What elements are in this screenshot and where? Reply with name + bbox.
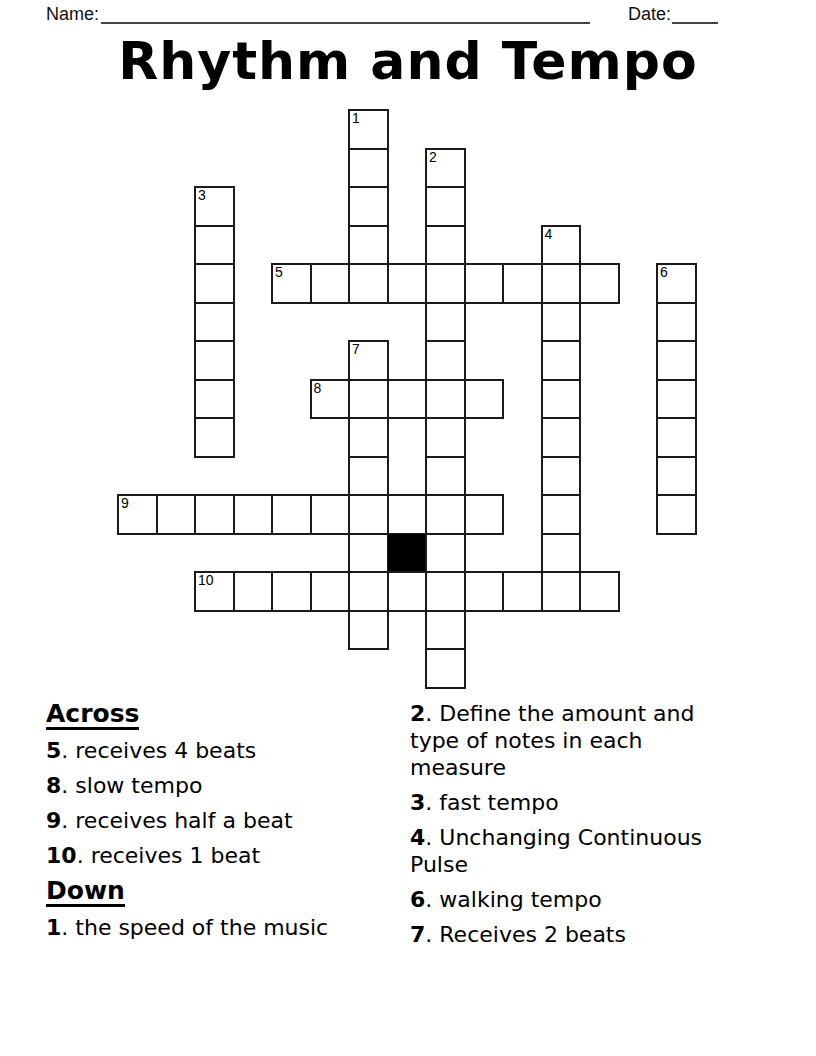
grid-cell[interactable] bbox=[426, 649, 465, 688]
grid-cell[interactable]: 7 bbox=[349, 341, 388, 380]
puzzle-title: Rhythm and Tempo bbox=[0, 28, 816, 94]
cell-number-label: 6 bbox=[660, 264, 668, 280]
grid-cell[interactable]: 3 bbox=[195, 187, 234, 226]
grid-cell[interactable] bbox=[657, 457, 696, 496]
clue-text: Receives 2 beats bbox=[439, 922, 626, 947]
grid-cell[interactable] bbox=[426, 611, 465, 650]
grid-cell[interactable] bbox=[465, 264, 504, 303]
down-clue-list-right: 2. Define the amount and type of notes i… bbox=[410, 700, 740, 948]
grid-cell[interactable] bbox=[426, 457, 465, 496]
clue-number: 6 bbox=[410, 887, 425, 912]
grid-cell[interactable] bbox=[542, 572, 581, 611]
clues-column-left: Across 5. receives 4 beats8. slow tempo9… bbox=[46, 700, 398, 949]
down-clue-list-left: 1. the speed of the music bbox=[46, 914, 398, 941]
grid-cell[interactable] bbox=[426, 226, 465, 265]
grid-cell[interactable] bbox=[349, 495, 388, 534]
clue-number: 2 bbox=[410, 701, 425, 726]
grid-cell[interactable] bbox=[349, 457, 388, 496]
cell-number-label: 3 bbox=[198, 187, 206, 203]
clue-text: slow tempo bbox=[75, 773, 202, 798]
grid-cell[interactable] bbox=[426, 534, 465, 573]
grid-cell[interactable] bbox=[657, 418, 696, 457]
cell-number-label: 7 bbox=[352, 341, 360, 357]
grid-cell[interactable]: 2 bbox=[426, 149, 465, 188]
grid-cell[interactable] bbox=[349, 572, 388, 611]
grid-cell[interactable] bbox=[195, 341, 234, 380]
grid-cell[interactable] bbox=[542, 264, 581, 303]
cell-number-label: 9 bbox=[121, 495, 129, 511]
clue-text: walking tempo bbox=[439, 887, 601, 912]
grid-cell[interactable] bbox=[426, 572, 465, 611]
clue-text: receives 4 beats bbox=[75, 738, 256, 763]
grid-cell[interactable] bbox=[311, 264, 350, 303]
grid-cell[interactable] bbox=[580, 572, 619, 611]
across-clue-10: 10. receives 1 beat bbox=[46, 842, 398, 869]
crossword-grid: 12345678910 bbox=[118, 110, 696, 688]
grid-cell[interactable]: 6 bbox=[657, 264, 696, 303]
grid-cell[interactable] bbox=[272, 495, 311, 534]
grid-cell[interactable] bbox=[349, 611, 388, 650]
grid-cell[interactable]: 4 bbox=[542, 226, 581, 265]
black-cell bbox=[388, 534, 427, 573]
grid-cell[interactable]: 9 bbox=[118, 495, 157, 534]
down-clue-1: 1. the speed of the music bbox=[46, 914, 398, 941]
clue-text: Define the amount and type of notes in e… bbox=[410, 701, 694, 780]
name-blank-line[interactable] bbox=[101, 2, 590, 24]
grid-cell[interactable] bbox=[311, 572, 350, 611]
across-clue-list: 5. receives 4 beats8. slow tempo9. recei… bbox=[46, 737, 398, 869]
clue-number: 3 bbox=[410, 790, 425, 815]
name-label: Name: bbox=[46, 3, 99, 25]
grid-cell[interactable] bbox=[388, 572, 427, 611]
down-clue-7: 7. Receives 2 beats bbox=[410, 921, 740, 948]
grid-cell[interactable] bbox=[580, 264, 619, 303]
down-heading: Down bbox=[46, 877, 398, 907]
grid-cell[interactable] bbox=[195, 303, 234, 342]
across-heading: Across bbox=[46, 700, 398, 730]
grid-cell[interactable] bbox=[426, 495, 465, 534]
grid-cell[interactable] bbox=[657, 380, 696, 419]
grid-cell[interactable] bbox=[272, 572, 311, 611]
cell-number-label: 2 bbox=[429, 149, 437, 165]
grid-cell[interactable] bbox=[426, 264, 465, 303]
grid-cell[interactable]: 8 bbox=[311, 380, 350, 419]
grid-cell[interactable] bbox=[195, 495, 234, 534]
grid-cell[interactable] bbox=[657, 303, 696, 342]
grid-cell[interactable] bbox=[503, 572, 542, 611]
clue-text: receives half a beat bbox=[75, 808, 292, 833]
clue-number: 7 bbox=[410, 922, 425, 947]
down-clue-3: 3. fast tempo bbox=[410, 789, 740, 816]
down-clue-2: 2. Define the amount and type of notes i… bbox=[410, 700, 740, 781]
grid-cell[interactable] bbox=[311, 495, 350, 534]
grid-cell[interactable] bbox=[195, 226, 234, 265]
clue-number: 5 bbox=[46, 738, 61, 763]
clue-number: 4 bbox=[410, 825, 425, 850]
grid-cell[interactable] bbox=[542, 303, 581, 342]
date-label: Date: bbox=[628, 3, 671, 25]
grid-cell[interactable] bbox=[349, 187, 388, 226]
grid-cell[interactable] bbox=[426, 341, 465, 380]
grid-cell[interactable] bbox=[388, 380, 427, 419]
grid-cell[interactable] bbox=[426, 380, 465, 419]
grid-cell[interactable] bbox=[349, 226, 388, 265]
cell-number-label: 10 bbox=[198, 572, 214, 588]
grid-cell[interactable] bbox=[465, 495, 504, 534]
clues-column-right: 2. Define the amount and type of notes i… bbox=[410, 700, 740, 956]
clue-number: 8 bbox=[46, 773, 61, 798]
clue-number: 10 bbox=[46, 843, 77, 868]
grid-cell[interactable] bbox=[465, 572, 504, 611]
grid-cell[interactable] bbox=[195, 418, 234, 457]
grid-cell[interactable]: 1 bbox=[349, 110, 388, 149]
grid-cell[interactable]: 5 bbox=[272, 264, 311, 303]
grid-cell[interactable] bbox=[349, 534, 388, 573]
clue-text: receives 1 beat bbox=[91, 843, 260, 868]
grid-cell[interactable] bbox=[195, 380, 234, 419]
grid-cell[interactable] bbox=[426, 187, 465, 226]
clue-text: fast tempo bbox=[439, 790, 558, 815]
clue-text: the speed of the music bbox=[75, 915, 328, 940]
date-blank-line[interactable] bbox=[672, 2, 718, 24]
grid-cell[interactable] bbox=[349, 380, 388, 419]
down-heading-label: Down bbox=[46, 877, 125, 907]
grid-cell[interactable] bbox=[657, 495, 696, 534]
across-heading-label: Across bbox=[46, 700, 139, 730]
grid-cell[interactable] bbox=[426, 303, 465, 342]
cell-number-label: 1 bbox=[352, 110, 360, 126]
grid-cell[interactable] bbox=[157, 495, 196, 534]
grid-cell[interactable] bbox=[349, 418, 388, 457]
clue-number: 9 bbox=[46, 808, 61, 833]
grid-cell[interactable] bbox=[542, 534, 581, 573]
across-clue-5: 5. receives 4 beats bbox=[46, 737, 398, 764]
cell-number-label: 8 bbox=[314, 380, 322, 396]
down-clue-6: 6. walking tempo bbox=[410, 886, 740, 913]
grid-cell[interactable] bbox=[503, 264, 542, 303]
grid-cell[interactable] bbox=[195, 264, 234, 303]
grid-cell[interactable] bbox=[349, 264, 388, 303]
grid-cell[interactable] bbox=[542, 418, 581, 457]
grid-cell[interactable] bbox=[234, 495, 273, 534]
grid-cell[interactable] bbox=[426, 418, 465, 457]
grid-cell[interactable]: 10 bbox=[195, 572, 234, 611]
across-clue-8: 8. slow tempo bbox=[46, 772, 398, 799]
cell-number-label: 5 bbox=[275, 264, 283, 280]
clue-text: Unchanging Continuous Pulse bbox=[410, 825, 702, 877]
grid-cell[interactable] bbox=[542, 380, 581, 419]
grid-cell[interactable] bbox=[388, 264, 427, 303]
grid-cell[interactable] bbox=[388, 495, 427, 534]
grid-cell[interactable] bbox=[465, 380, 504, 419]
down-clue-4: 4. Unchanging Continuous Pulse bbox=[410, 824, 740, 878]
grid-cell[interactable] bbox=[542, 495, 581, 534]
worksheet-page: Name: Date: Rhythm and Tempo 12345678910… bbox=[0, 0, 816, 1056]
across-clue-9: 9. receives half a beat bbox=[46, 807, 398, 834]
grid-cell[interactable] bbox=[542, 341, 581, 380]
grid-cell[interactable] bbox=[542, 457, 581, 496]
grid-cell[interactable] bbox=[349, 149, 388, 188]
cell-number-label: 4 bbox=[545, 226, 553, 242]
clue-number: 1 bbox=[46, 915, 61, 940]
grid-cell[interactable] bbox=[234, 572, 273, 611]
grid-cell[interactable] bbox=[657, 341, 696, 380]
